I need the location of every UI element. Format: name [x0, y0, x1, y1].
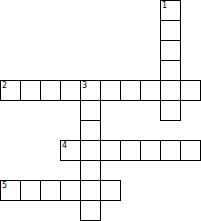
crossword-cell[interactable] [120, 80, 141, 101]
crossword-cell[interactable]: 4 [60, 140, 81, 161]
crossword-cell[interactable] [80, 120, 101, 141]
crossword-cell[interactable]: 2 [0, 80, 21, 101]
clue-number: 2 [2, 81, 7, 90]
crossword-cell[interactable] [20, 180, 41, 201]
clue-number: 5 [2, 181, 7, 190]
crossword-cell[interactable] [60, 180, 81, 201]
crossword-grid: 12345 [0, 0, 201, 221]
crossword-cell[interactable] [80, 140, 101, 161]
crossword-cell[interactable] [160, 20, 181, 41]
crossword-cell[interactable]: 5 [0, 180, 21, 201]
crossword-cell[interactable] [180, 80, 201, 101]
crossword-cell[interactable] [100, 80, 121, 101]
crossword-cell[interactable] [100, 180, 121, 201]
crossword-cell[interactable] [20, 80, 41, 101]
crossword-cell[interactable] [80, 180, 101, 201]
crossword-cell[interactable] [160, 100, 181, 121]
crossword-cell[interactable] [160, 140, 181, 161]
crossword-cell[interactable]: 1 [160, 0, 181, 21]
crossword-cell[interactable] [140, 80, 161, 101]
crossword-cell[interactable] [40, 180, 61, 201]
crossword-cell[interactable] [180, 140, 201, 161]
crossword-cell[interactable] [60, 80, 81, 101]
crossword-cell[interactable]: 3 [80, 80, 101, 101]
crossword-cell[interactable] [160, 80, 181, 101]
clue-number: 3 [82, 81, 87, 90]
crossword-cell[interactable] [140, 140, 161, 161]
crossword-cell[interactable] [80, 100, 101, 121]
crossword-cell[interactable] [80, 160, 101, 181]
clue-number: 4 [62, 141, 67, 150]
crossword-cell[interactable] [160, 40, 181, 61]
crossword-cell[interactable] [120, 140, 141, 161]
crossword-cell[interactable] [100, 140, 121, 161]
clue-number: 1 [162, 1, 167, 10]
crossword-cell[interactable] [160, 60, 181, 81]
crossword-cell[interactable] [80, 200, 101, 221]
crossword-cell[interactable] [40, 80, 61, 101]
